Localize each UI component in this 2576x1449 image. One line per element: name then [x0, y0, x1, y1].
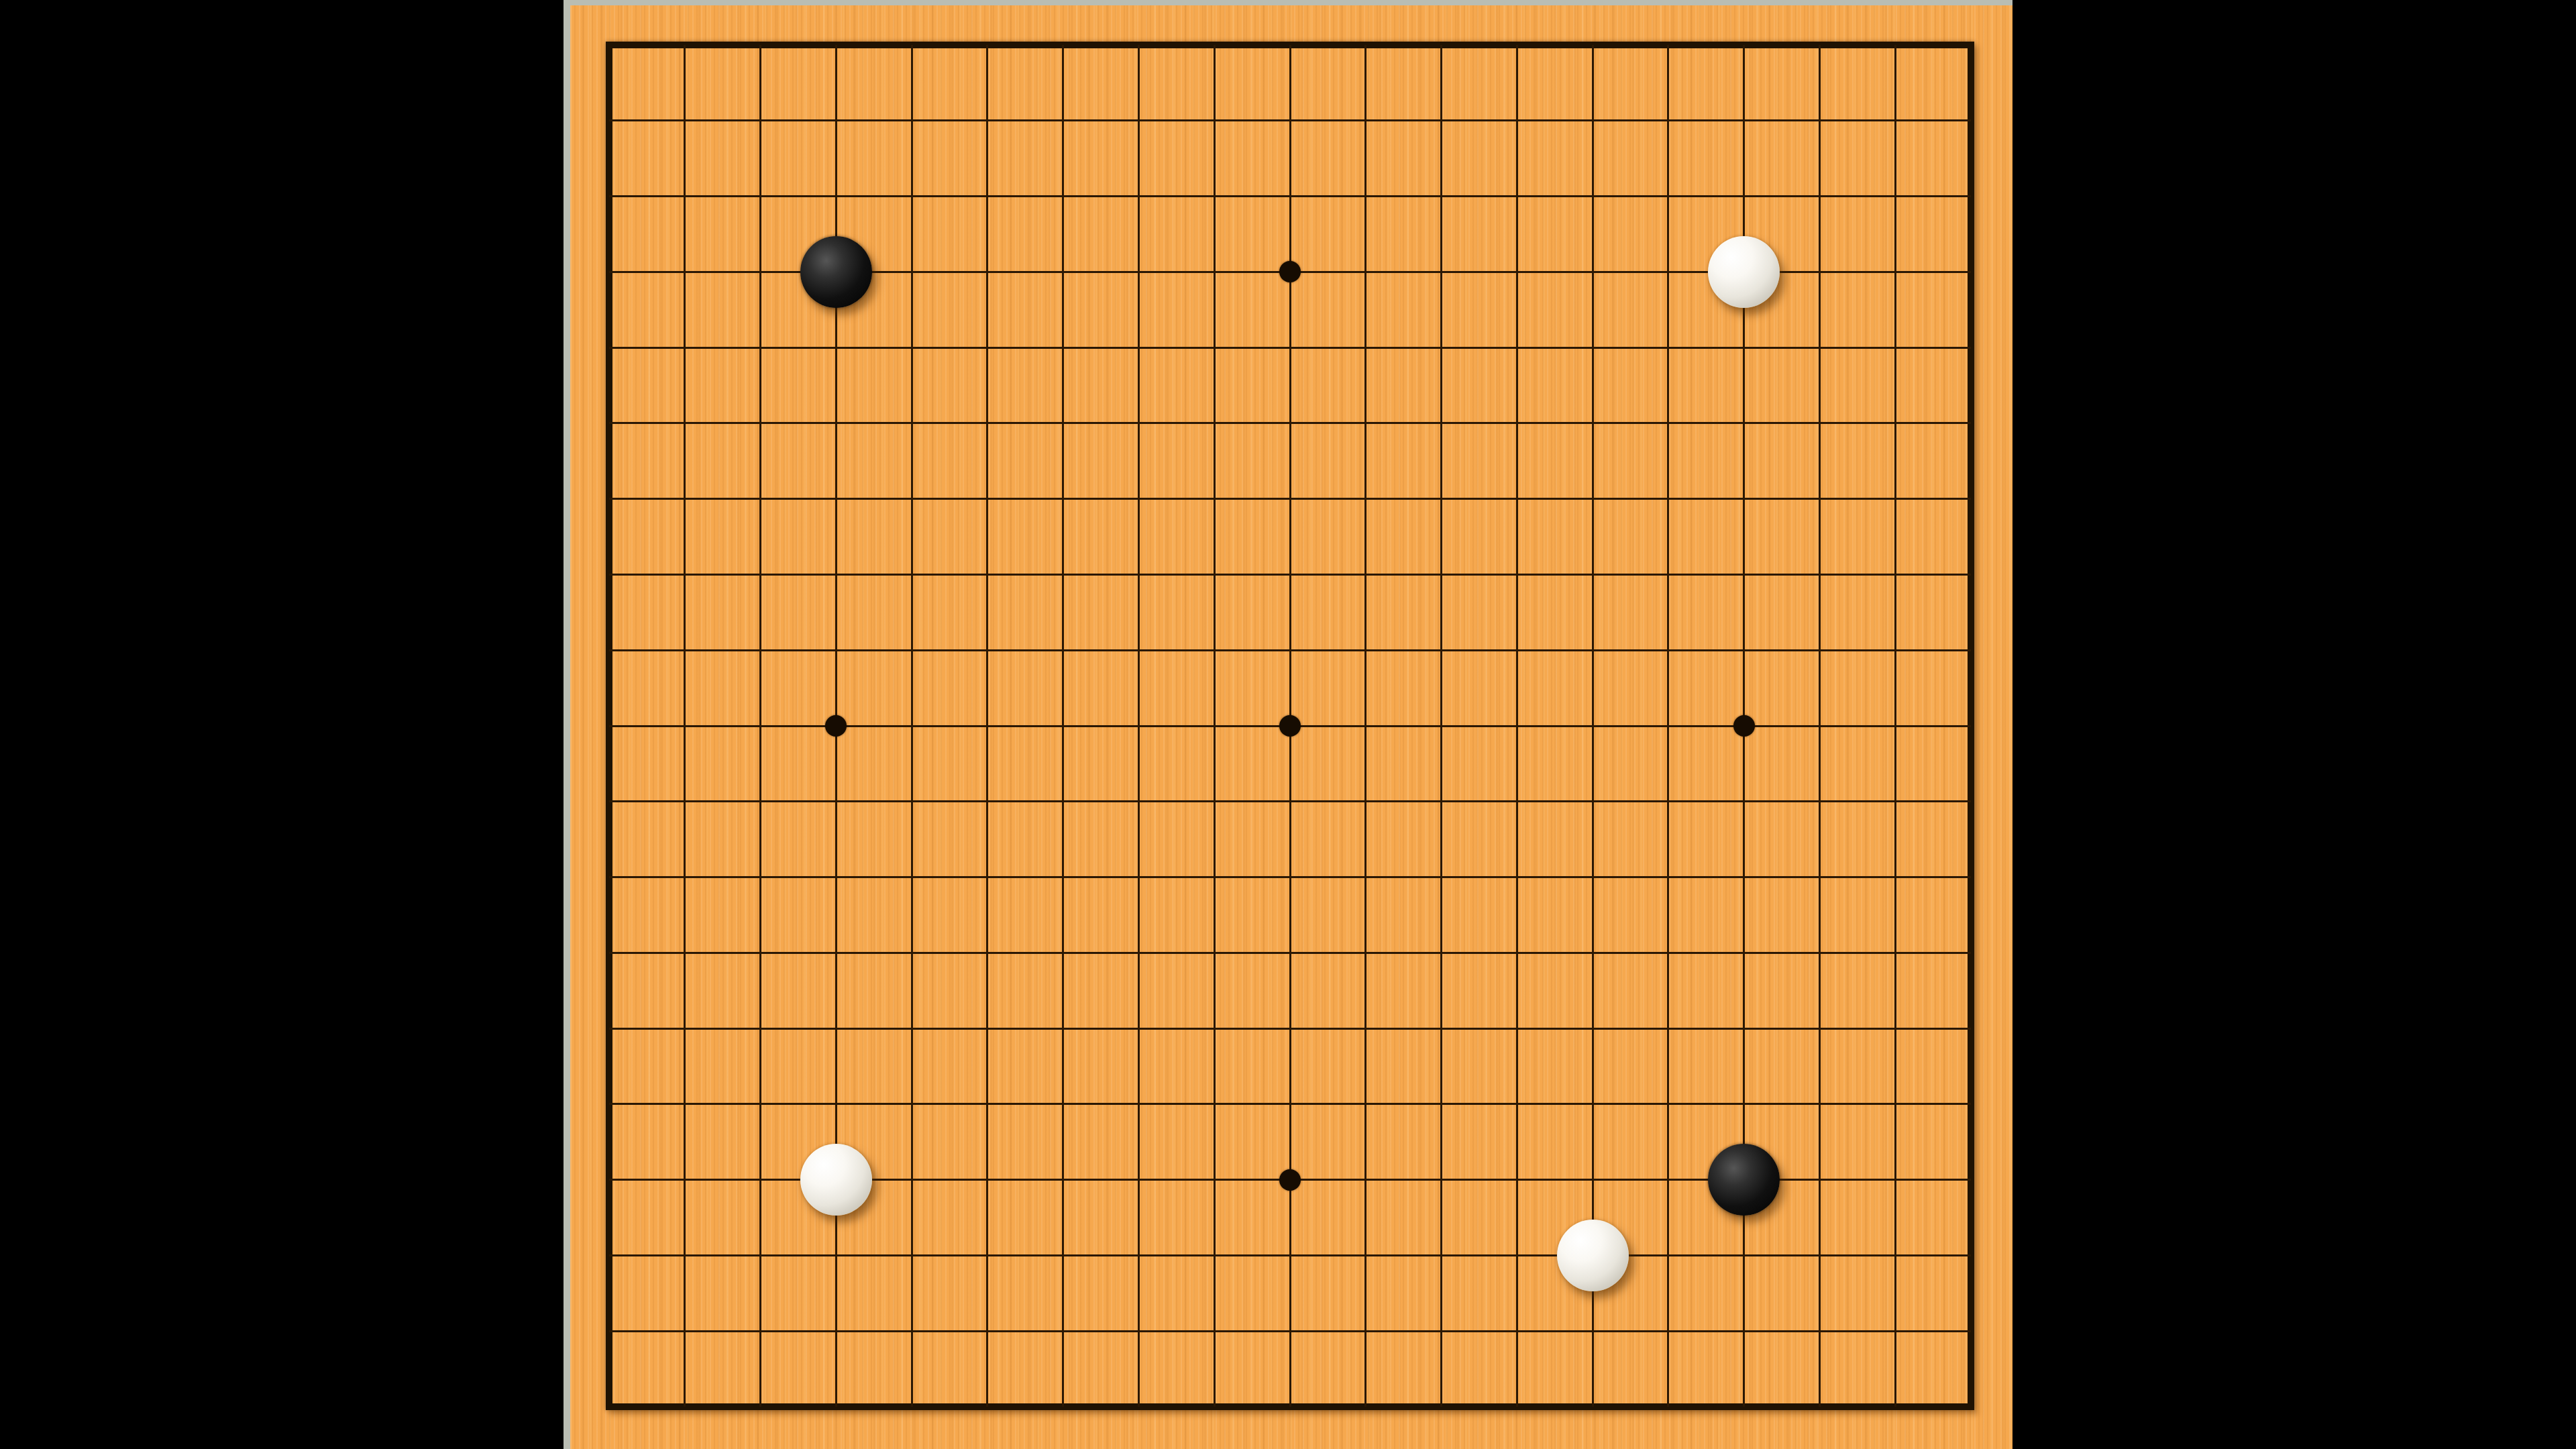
grid-line-horizontal — [609, 1028, 1971, 1030]
screen-background — [0, 0, 2576, 1449]
black-stone-Q4[interactable] — [1708, 1144, 1780, 1216]
white-stone-D4[interactable] — [800, 1144, 872, 1216]
grid-line-vertical — [1894, 45, 1896, 1407]
grid-line-horizontal — [609, 952, 1971, 954]
window-edge-top — [563, 0, 2012, 5]
grid-line-horizontal — [609, 1330, 1971, 1332]
go-board[interactable] — [570, 5, 2012, 1449]
grid-line-vertical — [1364, 45, 1366, 1407]
grid-line-vertical — [1516, 45, 1518, 1407]
white-stone-Q16[interactable] — [1708, 236, 1780, 308]
star-point — [1279, 1169, 1301, 1191]
grid-line-vertical — [1440, 45, 1442, 1407]
black-stone-D16[interactable] — [800, 236, 872, 308]
grid-line-vertical — [1592, 45, 1594, 1407]
star-point — [1733, 715, 1755, 737]
grid-line-horizontal — [609, 800, 1971, 802]
grid-line-horizontal — [609, 1254, 1971, 1256]
board-grid — [609, 45, 1971, 1407]
star-point — [1279, 715, 1301, 737]
window-edge-left — [563, 0, 570, 1449]
grid-line-horizontal — [609, 1103, 1971, 1105]
grid-line-vertical — [1819, 45, 1821, 1407]
white-stone-O3[interactable] — [1557, 1220, 1629, 1291]
grid-line-horizontal — [609, 876, 1971, 878]
grid-line-vertical — [1667, 45, 1669, 1407]
